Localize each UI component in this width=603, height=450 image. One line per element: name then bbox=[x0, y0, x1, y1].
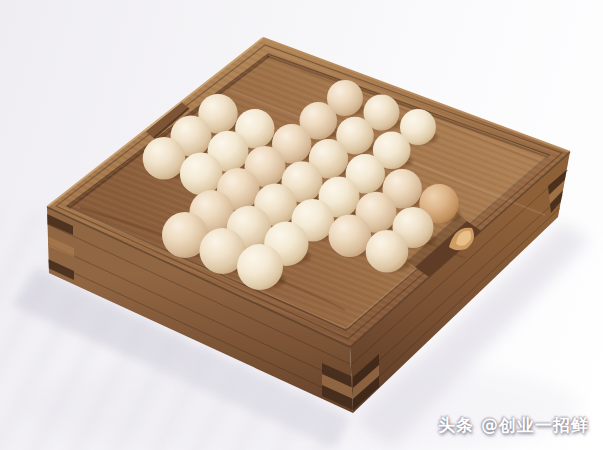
wooden-ball[interactable] bbox=[180, 153, 223, 196]
solitaire-board-photo bbox=[0, 0, 603, 450]
photo-stage: 头条 @创业一招鲜 bbox=[0, 0, 603, 450]
wooden-ball[interactable] bbox=[143, 137, 186, 180]
watermark: 头条 @创业一招鲜 bbox=[438, 414, 589, 437]
wooden-ball[interactable] bbox=[329, 215, 372, 258]
wooden-ball[interactable] bbox=[366, 230, 409, 273]
wooden-ball[interactable] bbox=[237, 244, 283, 290]
